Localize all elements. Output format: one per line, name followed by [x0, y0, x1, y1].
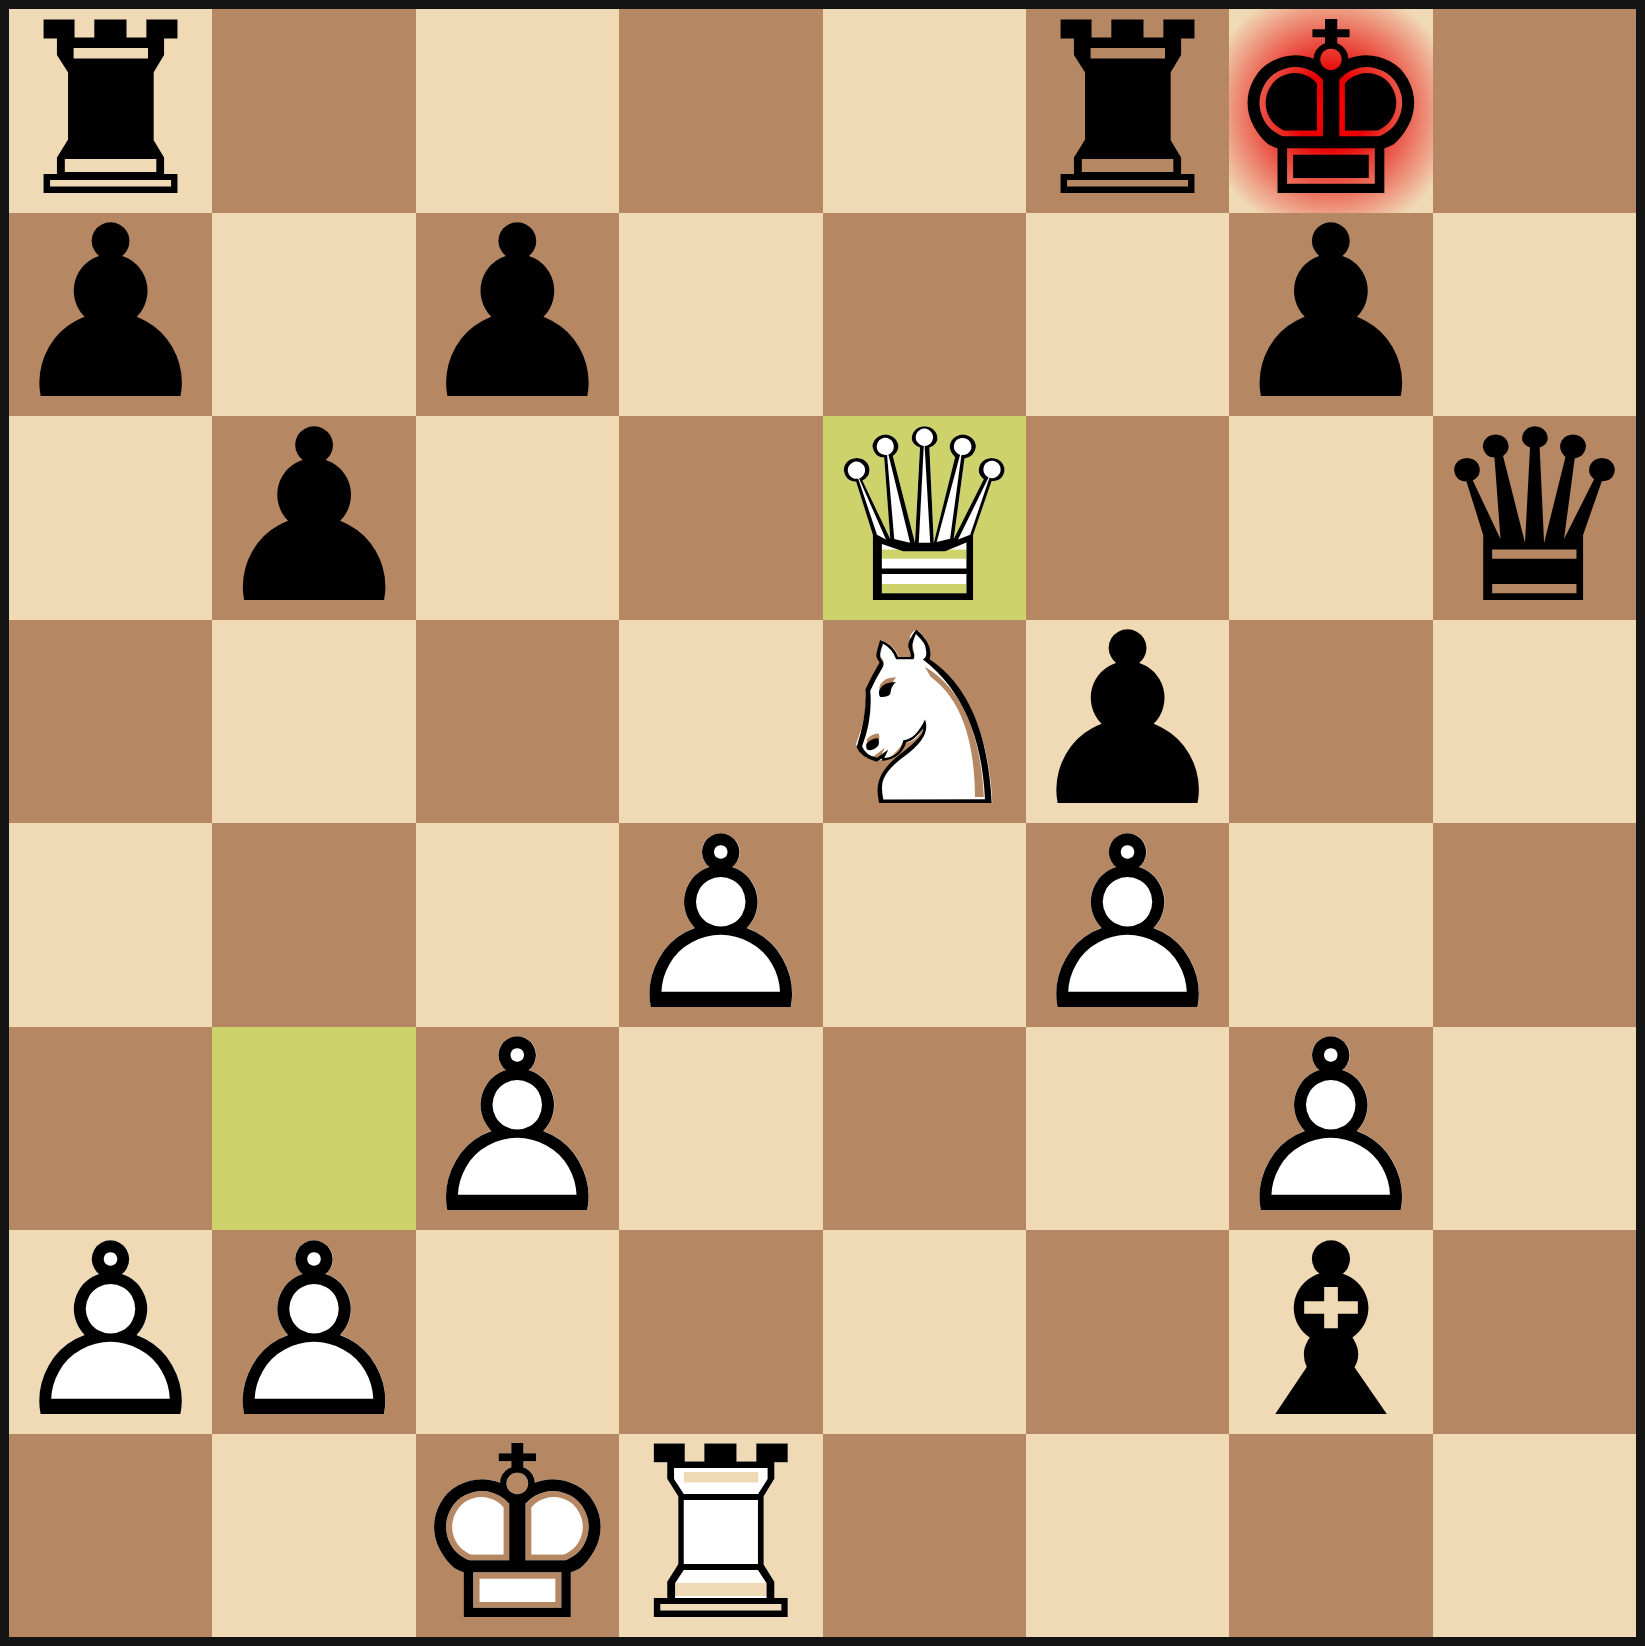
white-pawn-glyph-outline: ♙ — [619, 823, 822, 1027]
black-rook-glyph-fill: ♜ — [1026, 9, 1229, 213]
square-c5[interactable] — [416, 620, 619, 824]
square-b8[interactable] — [212, 9, 415, 213]
white-knight-glyph-outline: ♘ — [823, 620, 1026, 824]
square-b4[interactable] — [212, 823, 415, 1027]
black-pawn[interactable]: ♟ — [9, 213, 212, 417]
square-h3[interactable] — [1433, 1027, 1636, 1231]
square-f3[interactable] — [1026, 1027, 1229, 1231]
square-d1[interactable]: ♜♖ — [619, 1434, 822, 1638]
black-pawn-glyph-fill: ♟ — [212, 416, 415, 620]
square-b6[interactable]: ♟ — [212, 416, 415, 620]
black-bishop-glyph-fill: ♝ — [1229, 1230, 1432, 1434]
square-e1[interactable] — [823, 1434, 1026, 1638]
white-knight[interactable]: ♞♘ — [823, 620, 1026, 824]
square-h2[interactable] — [1433, 1230, 1636, 1434]
square-d4[interactable]: ♟♙ — [619, 823, 822, 1027]
square-h1[interactable] — [1433, 1434, 1636, 1638]
square-c7[interactable]: ♟ — [416, 213, 619, 417]
square-d3[interactable] — [619, 1027, 822, 1231]
white-king[interactable]: ♚♔ — [416, 1434, 619, 1638]
chess-board-frame: ♜♜♚♟♟♟♟♛♕♛♞♘♟♟♙♟♙♟♙♟♙♟♙♟♙♝♚♔♜♖ — [0, 0, 1645, 1646]
square-c1[interactable]: ♚♔ — [416, 1434, 619, 1638]
black-pawn-glyph-fill: ♟ — [1229, 213, 1432, 417]
white-pawn[interactable]: ♟♙ — [212, 1230, 415, 1434]
square-d7[interactable] — [619, 213, 822, 417]
square-b1[interactable] — [212, 1434, 415, 1638]
square-a6[interactable] — [9, 416, 212, 620]
square-d8[interactable] — [619, 9, 822, 213]
square-a4[interactable] — [9, 823, 212, 1027]
square-h4[interactable] — [1433, 823, 1636, 1027]
white-pawn[interactable]: ♟♙ — [416, 1027, 619, 1231]
black-pawn[interactable]: ♟ — [416, 213, 619, 417]
square-f4[interactable]: ♟♙ — [1026, 823, 1229, 1027]
black-pawn-glyph-fill: ♟ — [9, 213, 212, 417]
black-bishop[interactable]: ♝ — [1229, 1230, 1432, 1434]
white-king-glyph-outline: ♔ — [416, 1434, 619, 1638]
square-c3[interactable]: ♟♙ — [416, 1027, 619, 1231]
square-g6[interactable] — [1229, 416, 1432, 620]
square-f1[interactable] — [1026, 1434, 1229, 1638]
white-pawn[interactable]: ♟♙ — [9, 1230, 212, 1434]
black-pawn-glyph-fill: ♟ — [416, 213, 619, 417]
square-b5[interactable] — [212, 620, 415, 824]
white-pawn-glyph-outline: ♙ — [416, 1027, 619, 1231]
square-h5[interactable] — [1433, 620, 1636, 824]
square-a5[interactable] — [9, 620, 212, 824]
black-queen-glyph-fill: ♛ — [1433, 416, 1636, 620]
square-g7[interactable]: ♟ — [1229, 213, 1432, 417]
black-rook[interactable]: ♜ — [1026, 9, 1229, 213]
chess-board: ♜♜♚♟♟♟♟♛♕♛♞♘♟♟♙♟♙♟♙♟♙♟♙♟♙♝♚♔♜♖ — [9, 9, 1636, 1637]
square-a7[interactable]: ♟ — [9, 213, 212, 417]
square-a2[interactable]: ♟♙ — [9, 1230, 212, 1434]
white-pawn[interactable]: ♟♙ — [1026, 823, 1229, 1027]
square-g5[interactable] — [1229, 620, 1432, 824]
black-queen[interactable]: ♛ — [1433, 416, 1636, 620]
square-b2[interactable]: ♟♙ — [212, 1230, 415, 1434]
square-e5[interactable]: ♞♘ — [823, 620, 1026, 824]
white-pawn-glyph-outline: ♙ — [212, 1230, 415, 1434]
square-g1[interactable] — [1229, 1434, 1432, 1638]
white-rook-glyph-outline: ♖ — [619, 1434, 822, 1638]
square-e8[interactable] — [823, 9, 1026, 213]
square-h6[interactable]: ♛ — [1433, 416, 1636, 620]
white-pawn-glyph-outline: ♙ — [1026, 823, 1229, 1027]
white-pawn[interactable]: ♟♙ — [619, 823, 822, 1027]
square-c6[interactable] — [416, 416, 619, 620]
black-pawn[interactable]: ♟ — [1229, 213, 1432, 417]
white-pawn-glyph-outline: ♙ — [9, 1230, 212, 1434]
square-f7[interactable] — [1026, 213, 1229, 417]
square-f8[interactable]: ♜ — [1026, 9, 1229, 213]
square-a1[interactable] — [9, 1434, 212, 1638]
square-f2[interactable] — [1026, 1230, 1229, 1434]
square-d6[interactable] — [619, 416, 822, 620]
square-e2[interactable] — [823, 1230, 1026, 1434]
square-e3[interactable] — [823, 1027, 1026, 1231]
square-e4[interactable] — [823, 823, 1026, 1027]
square-g2[interactable]: ♝ — [1229, 1230, 1432, 1434]
white-rook[interactable]: ♜♖ — [619, 1434, 822, 1638]
square-h8[interactable] — [1433, 9, 1636, 213]
black-pawn[interactable]: ♟ — [212, 416, 415, 620]
